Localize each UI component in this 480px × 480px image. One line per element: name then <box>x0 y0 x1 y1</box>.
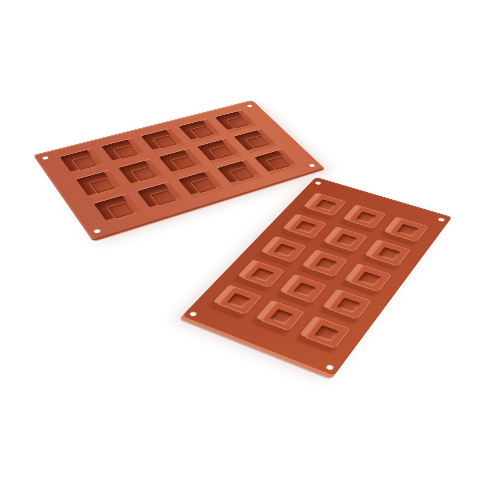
square-bump <box>276 274 327 307</box>
bump-grid <box>181 177 452 377</box>
square-cavity <box>137 182 185 211</box>
square-bump <box>362 239 411 269</box>
square-cavity <box>178 171 225 198</box>
square-cavity <box>254 149 299 174</box>
square-bump <box>320 289 372 323</box>
product-photo-scene <box>0 0 480 480</box>
square-bump <box>381 217 428 245</box>
square-bump <box>234 259 284 290</box>
square-bump <box>297 316 351 353</box>
square-cavity <box>179 119 222 142</box>
square-bump <box>299 249 348 280</box>
square-bump <box>320 226 368 255</box>
square-cavity <box>217 160 263 186</box>
mold-tray-flipped-bump-side <box>181 177 452 377</box>
square-cavity <box>60 149 106 175</box>
square-cavity <box>76 171 123 199</box>
square-cavity <box>234 129 277 153</box>
square-cavity <box>119 160 165 187</box>
square-cavity <box>101 138 146 163</box>
square-bump <box>280 214 327 242</box>
square-cavity <box>141 129 185 153</box>
square-cavity <box>159 149 204 175</box>
square-cavity <box>94 194 143 224</box>
square-bump <box>258 236 307 266</box>
square-bump <box>300 193 346 219</box>
square-bump <box>209 284 261 318</box>
square-cavity <box>215 110 257 132</box>
square-bump <box>252 300 305 335</box>
square-bump <box>342 263 392 295</box>
square-bump <box>340 204 386 231</box>
square-cavity <box>197 139 241 164</box>
